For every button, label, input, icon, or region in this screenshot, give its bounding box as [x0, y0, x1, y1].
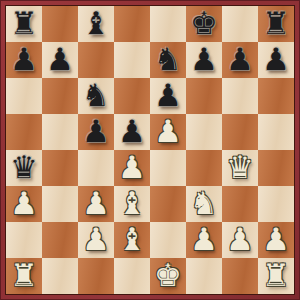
square-f1[interactable]: [186, 258, 222, 294]
white-pawn-piece: ♟: [118, 152, 146, 183]
black-rook-piece: ♜: [10, 8, 38, 39]
square-g5[interactable]: [222, 114, 258, 150]
square-f6[interactable]: [186, 78, 222, 114]
square-g8[interactable]: [222, 6, 258, 42]
square-h1[interactable]: ♜: [258, 258, 294, 294]
square-c4[interactable]: [78, 150, 114, 186]
square-f5[interactable]: [186, 114, 222, 150]
square-e2[interactable]: [150, 222, 186, 258]
square-b6[interactable]: [42, 78, 78, 114]
black-pawn-piece: ♟: [262, 44, 290, 75]
black-pawn-piece: ♟: [10, 44, 38, 75]
black-knight-piece: ♞: [154, 44, 182, 75]
square-g6[interactable]: [222, 78, 258, 114]
square-h4[interactable]: [258, 150, 294, 186]
white-rook-piece: ♜: [262, 260, 290, 291]
square-d5[interactable]: ♟: [114, 114, 150, 150]
square-g1[interactable]: [222, 258, 258, 294]
square-c1[interactable]: [78, 258, 114, 294]
square-c7[interactable]: [78, 42, 114, 78]
square-b1[interactable]: [42, 258, 78, 294]
square-f7[interactable]: ♟: [186, 42, 222, 78]
chess-board: ♜♝♚♜♟♟♞♟♟♟♞♟♟♟♟♛♟♛♟♟♝♞♟♝♟♟♟♜♚♜: [5, 5, 295, 295]
square-e3[interactable]: [150, 186, 186, 222]
black-bishop-piece: ♝: [82, 8, 110, 39]
square-a4[interactable]: ♛: [6, 150, 42, 186]
square-b3[interactable]: [42, 186, 78, 222]
square-f4[interactable]: [186, 150, 222, 186]
black-queen-piece: ♛: [10, 152, 38, 183]
square-b2[interactable]: [42, 222, 78, 258]
square-b7[interactable]: ♟: [42, 42, 78, 78]
square-d4[interactable]: ♟: [114, 150, 150, 186]
square-a6[interactable]: [6, 78, 42, 114]
white-bishop-piece: ♝: [118, 224, 146, 255]
square-c3[interactable]: ♟: [78, 186, 114, 222]
white-pawn-piece: ♟: [190, 224, 218, 255]
white-pawn-piece: ♟: [262, 224, 290, 255]
square-d3[interactable]: ♝: [114, 186, 150, 222]
square-c8[interactable]: ♝: [78, 6, 114, 42]
black-pawn-piece: ♟: [226, 44, 254, 75]
square-d7[interactable]: [114, 42, 150, 78]
black-pawn-piece: ♟: [46, 44, 74, 75]
square-e1[interactable]: ♚: [150, 258, 186, 294]
white-queen-piece: ♛: [226, 152, 254, 183]
square-a2[interactable]: [6, 222, 42, 258]
square-h7[interactable]: ♟: [258, 42, 294, 78]
white-pawn-piece: ♟: [226, 224, 254, 255]
square-g7[interactable]: ♟: [222, 42, 258, 78]
black-pawn-piece: ♟: [82, 116, 110, 147]
square-c5[interactable]: ♟: [78, 114, 114, 150]
square-a3[interactable]: ♟: [6, 186, 42, 222]
square-e6[interactable]: ♟: [150, 78, 186, 114]
square-b5[interactable]: [42, 114, 78, 150]
square-e4[interactable]: [150, 150, 186, 186]
square-d8[interactable]: [114, 6, 150, 42]
black-king-piece: ♚: [190, 8, 218, 39]
square-h5[interactable]: [258, 114, 294, 150]
square-g3[interactable]: [222, 186, 258, 222]
square-a1[interactable]: ♜: [6, 258, 42, 294]
square-d6[interactable]: [114, 78, 150, 114]
square-h6[interactable]: [258, 78, 294, 114]
white-pawn-piece: ♟: [82, 224, 110, 255]
black-pawn-piece: ♟: [190, 44, 218, 75]
square-f2[interactable]: ♟: [186, 222, 222, 258]
white-pawn-piece: ♟: [154, 116, 182, 147]
square-e7[interactable]: ♞: [150, 42, 186, 78]
square-d2[interactable]: ♝: [114, 222, 150, 258]
black-rook-piece: ♜: [262, 8, 290, 39]
square-h2[interactable]: ♟: [258, 222, 294, 258]
white-knight-piece: ♞: [190, 188, 218, 219]
square-g2[interactable]: ♟: [222, 222, 258, 258]
square-g4[interactable]: ♛: [222, 150, 258, 186]
square-a5[interactable]: [6, 114, 42, 150]
black-pawn-piece: ♟: [118, 116, 146, 147]
square-b4[interactable]: [42, 150, 78, 186]
square-a8[interactable]: ♜: [6, 6, 42, 42]
white-pawn-piece: ♟: [82, 188, 110, 219]
white-king-piece: ♚: [154, 260, 182, 291]
black-knight-piece: ♞: [82, 80, 110, 111]
white-bishop-piece: ♝: [118, 188, 146, 219]
square-d1[interactable]: [114, 258, 150, 294]
square-c2[interactable]: ♟: [78, 222, 114, 258]
square-h3[interactable]: [258, 186, 294, 222]
square-f3[interactable]: ♞: [186, 186, 222, 222]
square-h8[interactable]: ♜: [258, 6, 294, 42]
square-c6[interactable]: ♞: [78, 78, 114, 114]
black-pawn-piece: ♟: [154, 80, 182, 111]
square-f8[interactable]: ♚: [186, 6, 222, 42]
square-b8[interactable]: [42, 6, 78, 42]
white-pawn-piece: ♟: [10, 188, 38, 219]
square-a7[interactable]: ♟: [6, 42, 42, 78]
board-frame: ♜♝♚♜♟♟♞♟♟♟♞♟♟♟♟♛♟♛♟♟♝♞♟♝♟♟♟♜♚♜: [0, 0, 300, 300]
square-e8[interactable]: [150, 6, 186, 42]
white-rook-piece: ♜: [10, 260, 38, 291]
square-e5[interactable]: ♟: [150, 114, 186, 150]
